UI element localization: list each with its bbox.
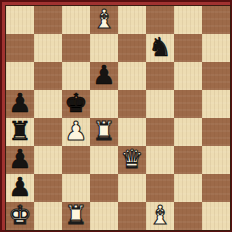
black-king[interactable]: ♚: [64, 89, 87, 117]
square-g2[interactable]: [174, 174, 202, 202]
square-e5[interactable]: [118, 90, 146, 118]
white-king[interactable]: ♚: [8, 201, 31, 229]
square-c1[interactable]: ♜: [62, 202, 90, 230]
black-pawn[interactable]: ♟: [8, 173, 31, 201]
square-c2[interactable]: [62, 174, 90, 202]
square-a2[interactable]: ♟: [6, 174, 34, 202]
black-rook[interactable]: ♜: [8, 117, 31, 145]
square-h2[interactable]: [202, 174, 230, 202]
square-c6[interactable]: [62, 62, 90, 90]
black-knight[interactable]: ♞: [148, 33, 171, 61]
square-c7[interactable]: [62, 34, 90, 62]
square-d6[interactable]: ♟: [90, 62, 118, 90]
square-g1[interactable]: [174, 202, 202, 230]
chess-board: ♝♞♟♟♚♜♟♜♟♛♟♚♜♝: [5, 5, 231, 231]
square-d8[interactable]: ♝: [90, 6, 118, 34]
square-a4[interactable]: ♜: [6, 118, 34, 146]
square-f2[interactable]: [146, 174, 174, 202]
square-e1[interactable]: [118, 202, 146, 230]
square-h8[interactable]: [202, 6, 230, 34]
white-rook[interactable]: ♜: [92, 117, 115, 145]
square-f3[interactable]: [146, 146, 174, 174]
square-e4[interactable]: [118, 118, 146, 146]
square-b4[interactable]: [34, 118, 62, 146]
square-e2[interactable]: [118, 174, 146, 202]
square-g8[interactable]: [174, 6, 202, 34]
chessboard-screenshot: ♝♞♟♟♚♜♟♜♟♛♟♚♜♝: [0, 0, 236, 236]
square-a5[interactable]: ♟: [6, 90, 34, 118]
square-e7[interactable]: [118, 34, 146, 62]
square-e6[interactable]: [118, 62, 146, 90]
square-g6[interactable]: [174, 62, 202, 90]
square-h3[interactable]: [202, 146, 230, 174]
square-d3[interactable]: [90, 146, 118, 174]
square-a3[interactable]: ♟: [6, 146, 34, 174]
square-b8[interactable]: [34, 6, 62, 34]
black-pawn[interactable]: ♟: [92, 61, 115, 89]
square-a1[interactable]: ♚: [6, 202, 34, 230]
square-g5[interactable]: [174, 90, 202, 118]
square-e8[interactable]: [118, 6, 146, 34]
square-b2[interactable]: [34, 174, 62, 202]
square-c8[interactable]: [62, 6, 90, 34]
square-g7[interactable]: [174, 34, 202, 62]
white-bishop[interactable]: ♝: [92, 5, 115, 33]
square-f1[interactable]: ♝: [146, 202, 174, 230]
square-b1[interactable]: [34, 202, 62, 230]
square-f6[interactable]: [146, 62, 174, 90]
square-c4[interactable]: ♟: [62, 118, 90, 146]
square-h4[interactable]: [202, 118, 230, 146]
square-f4[interactable]: [146, 118, 174, 146]
square-d5[interactable]: [90, 90, 118, 118]
square-f7[interactable]: ♞: [146, 34, 174, 62]
square-a6[interactable]: [6, 62, 34, 90]
square-b5[interactable]: [34, 90, 62, 118]
square-b3[interactable]: [34, 146, 62, 174]
square-b6[interactable]: [34, 62, 62, 90]
square-h1[interactable]: [202, 202, 230, 230]
square-b7[interactable]: [34, 34, 62, 62]
square-d4[interactable]: ♜: [90, 118, 118, 146]
square-h6[interactable]: [202, 62, 230, 90]
white-bishop[interactable]: ♝: [148, 201, 171, 229]
square-h7[interactable]: [202, 34, 230, 62]
square-e3[interactable]: ♛: [118, 146, 146, 174]
square-a7[interactable]: [6, 34, 34, 62]
white-rook[interactable]: ♜: [64, 201, 87, 229]
square-d7[interactable]: [90, 34, 118, 62]
square-c3[interactable]: [62, 146, 90, 174]
square-d1[interactable]: [90, 202, 118, 230]
white-pawn[interactable]: ♟: [64, 117, 87, 145]
black-pawn[interactable]: ♟: [8, 89, 31, 117]
square-h5[interactable]: [202, 90, 230, 118]
square-g4[interactable]: [174, 118, 202, 146]
square-g3[interactable]: [174, 146, 202, 174]
white-queen[interactable]: ♛: [120, 145, 143, 173]
square-c5[interactable]: ♚: [62, 90, 90, 118]
square-f8[interactable]: [146, 6, 174, 34]
square-a8[interactable]: [6, 6, 34, 34]
board-frame: ♝♞♟♟♚♜♟♜♟♛♟♚♜♝: [0, 0, 232, 232]
black-pawn[interactable]: ♟: [8, 145, 31, 173]
square-f5[interactable]: [146, 90, 174, 118]
square-d2[interactable]: [90, 174, 118, 202]
